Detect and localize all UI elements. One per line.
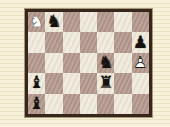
- black-knight-piece: ♞: [45, 12, 62, 32]
- black-bishop-piece: ♝: [28, 73, 45, 93]
- board-square[interactable]: [63, 12, 80, 32]
- board-square[interactable]: [80, 32, 97, 52]
- board-square[interactable]: [132, 94, 149, 114]
- board-square[interactable]: [45, 73, 62, 93]
- board-square[interactable]: [97, 12, 114, 32]
- board-square[interactable]: [28, 32, 45, 52]
- board-square[interactable]: [45, 32, 62, 52]
- white-knight-piece: ♞♘: [28, 12, 45, 32]
- board-square[interactable]: [114, 53, 131, 73]
- chess-board-frame: ♞♘♞♟♞♟♙♝♜♝: [25, 9, 152, 117]
- board-square[interactable]: [80, 73, 97, 93]
- board-square[interactable]: ♝: [28, 94, 45, 114]
- board-square[interactable]: [28, 53, 45, 73]
- chess-board: ♞♘♞♟♞♟♙♝♜♝: [28, 12, 149, 114]
- board-square[interactable]: [114, 73, 131, 93]
- black-pawn-piece: ♟: [132, 32, 149, 52]
- board-square[interactable]: [45, 53, 62, 73]
- board-square[interactable]: [97, 94, 114, 114]
- board-square[interactable]: ♝: [28, 73, 45, 93]
- board-square[interactable]: [63, 53, 80, 73]
- board-square[interactable]: [114, 12, 131, 32]
- board-square[interactable]: [132, 12, 149, 32]
- board-square[interactable]: ♟♙: [132, 53, 149, 73]
- black-rook-piece: ♜: [97, 73, 114, 93]
- black-bishop-piece: ♝: [28, 94, 45, 114]
- black-knight-piece: ♞: [97, 53, 114, 73]
- board-square[interactable]: [114, 32, 131, 52]
- board-square[interactable]: ♞♘: [28, 12, 45, 32]
- board-square[interactable]: [63, 32, 80, 52]
- board-square[interactable]: ♜: [97, 73, 114, 93]
- board-square[interactable]: [45, 94, 62, 114]
- board-square[interactable]: ♟: [132, 32, 149, 52]
- board-square[interactable]: [80, 53, 97, 73]
- board-square[interactable]: [63, 73, 80, 93]
- white-pawn-piece: ♟♙: [132, 53, 149, 73]
- page-background: ♞♘♞♟♞♟♙♝♜♝: [0, 0, 170, 127]
- board-square[interactable]: [97, 32, 114, 52]
- board-square[interactable]: [80, 12, 97, 32]
- board-square[interactable]: [63, 94, 80, 114]
- board-square[interactable]: [114, 94, 131, 114]
- board-square[interactable]: [132, 73, 149, 93]
- board-square[interactable]: [80, 94, 97, 114]
- board-square[interactable]: ♞: [97, 53, 114, 73]
- board-square[interactable]: ♞: [45, 12, 62, 32]
